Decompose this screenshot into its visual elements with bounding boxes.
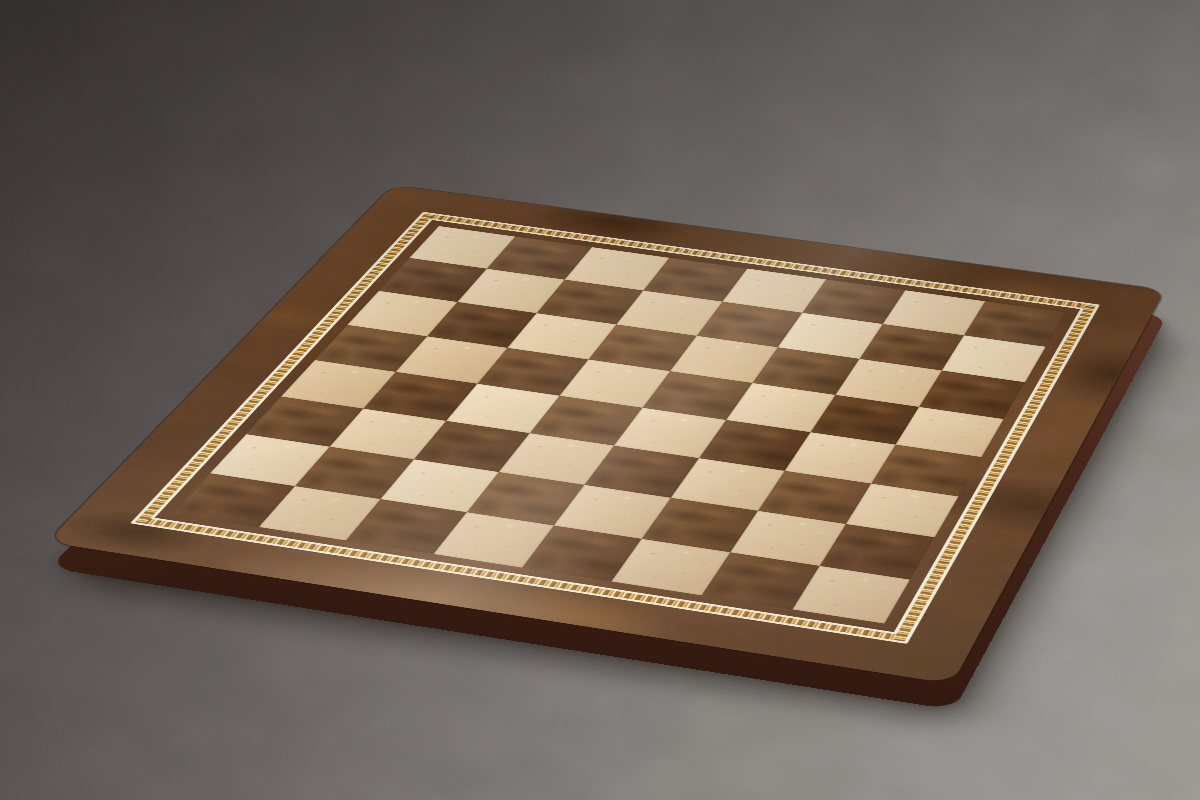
photo-scene: Angled photograph of an empty wooden che… [0,0,1200,800]
